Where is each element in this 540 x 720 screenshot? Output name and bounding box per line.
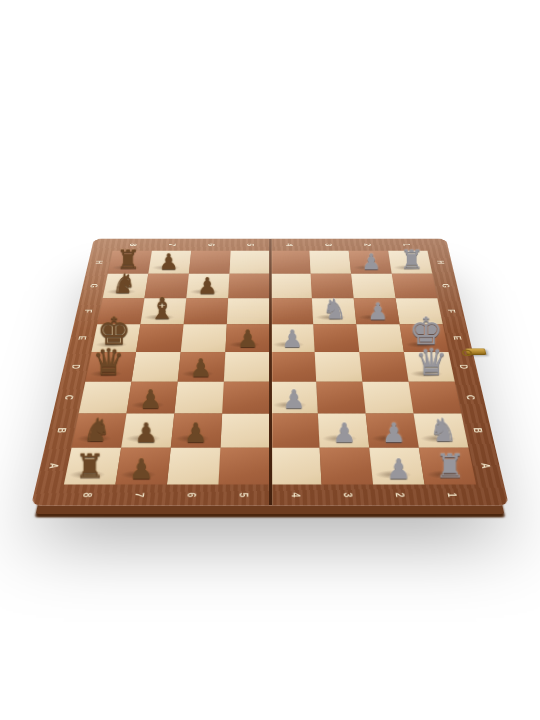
- black-pawn[interactable]: ♟: [190, 355, 212, 380]
- square-c6[interactable]: [174, 382, 223, 414]
- file-label: C: [446, 389, 497, 406]
- square-c2[interactable]: [362, 382, 413, 414]
- square-g5[interactable]: [228, 274, 270, 298]
- white-knight[interactable]: ♞: [429, 414, 458, 446]
- square-f4[interactable]: [270, 298, 313, 324]
- black-pawn[interactable]: ♟: [134, 419, 158, 446]
- square-f2[interactable]: ♟: [354, 298, 400, 324]
- black-knight[interactable]: ♞: [112, 270, 136, 297]
- square-a8[interactable]: ♜: [64, 448, 121, 485]
- file-label: B: [452, 421, 505, 440]
- black-pawn[interactable]: ♟: [129, 455, 154, 483]
- square-a4[interactable]: [270, 448, 322, 485]
- white-pawn[interactable]: ♟: [361, 251, 381, 273]
- square-b4[interactable]: [270, 413, 320, 447]
- board-corner: [425, 239, 449, 251]
- square-e6[interactable]: [181, 324, 227, 352]
- square-b8[interactable]: ♞: [72, 413, 127, 447]
- square-d7[interactable]: [131, 352, 180, 382]
- black-pawn[interactable]: ♟: [197, 275, 217, 298]
- product-photo-stage: 87654321H♜♟♟♜HG♞♟GF♝♞♟FE♚♟♟♚ED♛♟♛DC♟♟CB♞…: [0, 0, 540, 720]
- square-g6[interactable]: ♟: [186, 274, 229, 298]
- square-d2[interactable]: [359, 352, 408, 382]
- square-c3[interactable]: [316, 382, 365, 414]
- square-d5[interactable]: [224, 352, 270, 382]
- square-f7[interactable]: ♝: [140, 298, 186, 324]
- square-g8[interactable]: ♞: [103, 274, 149, 298]
- rank-label: 3: [333, 476, 364, 515]
- black-knight[interactable]: ♞: [82, 414, 111, 446]
- square-c8[interactable]: [79, 382, 132, 414]
- square-f6[interactable]: [184, 298, 229, 324]
- fold-seam: [268, 239, 271, 506]
- square-b6[interactable]: ♟: [171, 413, 222, 447]
- white-pawn[interactable]: ♟: [332, 419, 356, 446]
- white-pawn[interactable]: ♟: [386, 455, 411, 483]
- square-g4[interactable]: [270, 274, 312, 298]
- rank-label: 5: [229, 476, 258, 515]
- square-d8[interactable]: ♛: [85, 352, 136, 382]
- black-pawn[interactable]: ♟: [184, 419, 208, 446]
- square-e3[interactable]: [313, 324, 359, 352]
- square-e5[interactable]: ♟: [225, 324, 270, 352]
- black-pawn[interactable]: ♟: [237, 327, 259, 351]
- square-g2[interactable]: [351, 274, 395, 298]
- rank-label: 6: [176, 476, 207, 515]
- square-d4[interactable]: [270, 352, 316, 382]
- file-label: B: [35, 421, 88, 440]
- square-c5[interactable]: [222, 382, 270, 414]
- square-a2[interactable]: ♟: [369, 448, 424, 485]
- square-a3[interactable]: [320, 448, 373, 485]
- square-e2[interactable]: [356, 324, 404, 352]
- black-queen[interactable]: ♛: [92, 344, 125, 381]
- square-d3[interactable]: [315, 352, 363, 382]
- square-a5[interactable]: [218, 448, 270, 485]
- white-pawn[interactable]: ♟: [282, 386, 305, 412]
- black-pawn[interactable]: ♟: [159, 251, 179, 273]
- black-pawn[interactable]: ♟: [139, 386, 162, 412]
- rank-label: 4: [282, 476, 311, 515]
- square-a7[interactable]: ♟: [115, 448, 170, 485]
- square-d1[interactable]: ♛: [404, 352, 455, 382]
- square-h4[interactable]: [270, 251, 311, 274]
- white-pawn[interactable]: ♟: [382, 419, 406, 446]
- white-rook[interactable]: ♜: [400, 247, 423, 273]
- square-e7[interactable]: [136, 324, 184, 352]
- square-f3[interactable]: ♞: [312, 298, 357, 324]
- square-c4[interactable]: ♟: [270, 382, 318, 414]
- board-scene: 87654321H♜♟♟♜HG♞♟GF♝♞♟FE♚♟♟♚ED♛♟♛DC♟♟CB♞…: [52, 134, 488, 570]
- square-g1[interactable]: [392, 274, 438, 298]
- square-h7[interactable]: ♟: [148, 251, 191, 274]
- file-label: G: [424, 279, 468, 292]
- square-f5[interactable]: [227, 298, 270, 324]
- square-h3[interactable]: [309, 251, 351, 274]
- white-queen[interactable]: ♛: [415, 344, 448, 381]
- square-b7[interactable]: ♟: [121, 413, 174, 447]
- board-corner: [31, 484, 64, 505]
- black-bishop[interactable]: ♝: [149, 293, 176, 323]
- white-pawn[interactable]: ♟: [281, 327, 303, 351]
- black-rook[interactable]: ♜: [75, 450, 105, 483]
- square-b2[interactable]: ♟: [366, 413, 419, 447]
- white-knight[interactable]: ♞: [322, 295, 347, 323]
- file-label: A: [459, 456, 514, 476]
- square-a6[interactable]: [167, 448, 220, 485]
- board-corner: [91, 239, 115, 251]
- file-label: H: [419, 256, 462, 268]
- square-d6[interactable]: ♟: [178, 352, 226, 382]
- chess-board: 87654321H♜♟♟♜HG♞♟GF♝♞♟FE♚♟♟♚ED♛♟♛DC♟♟CB♞…: [31, 239, 509, 506]
- square-h2[interactable]: ♟: [349, 251, 392, 274]
- square-e4[interactable]: ♟: [270, 324, 315, 352]
- white-pawn[interactable]: ♟: [367, 300, 388, 323]
- square-c7[interactable]: ♟: [126, 382, 177, 414]
- board-corner: [476, 484, 509, 505]
- square-h5[interactable]: [229, 251, 270, 274]
- square-b5[interactable]: [220, 413, 270, 447]
- square-b3[interactable]: ♟: [318, 413, 369, 447]
- white-rook[interactable]: ♜: [435, 450, 465, 483]
- square-h6[interactable]: [189, 251, 231, 274]
